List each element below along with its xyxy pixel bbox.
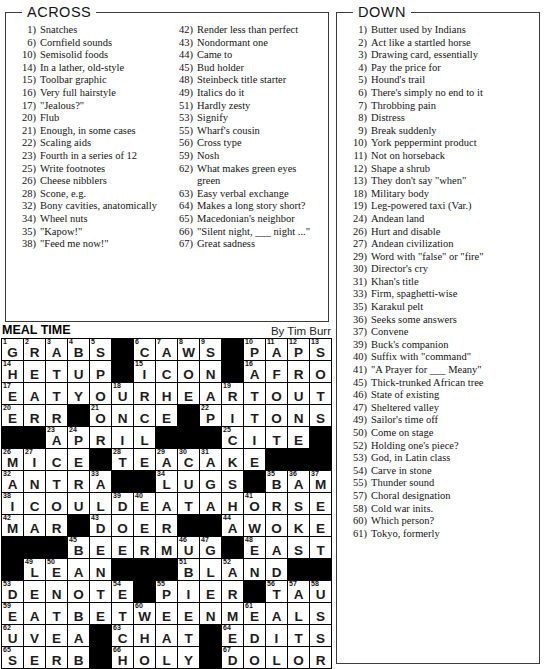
grid-cell-r13c6[interactable]: T [112,603,133,624]
grid-cell-r14c14[interactable]: T [288,625,309,646]
grid-cell-r8c9[interactable]: T [178,493,199,514]
grid-cell-r5c7[interactable]: L [134,427,155,448]
clue-number: 50) [343,427,367,440]
cell-letter: A [222,521,243,536]
clue-down-31: 31)Khan's title [343,276,535,289]
grid-cell-r9c8[interactable]: R [156,515,177,536]
grid-cell-r2c3[interactable]: T [46,361,67,382]
grid-cell-r12c13[interactable]: 56T [266,581,287,602]
cell-letter: R [46,653,67,668]
grid-cell-r13c10[interactable]: N [200,603,221,624]
grid-cell-r4c8[interactable]: E [156,405,177,426]
cell-letter: W [178,345,199,360]
grid-cell-r10c12[interactable]: 48E [244,537,265,558]
grid-cell-r1c13[interactable]: 11A [266,339,287,360]
grid-cell-r3c7[interactable]: R [134,383,155,404]
clue-across-45: 45)Bud holder [169,62,319,75]
grid-cell-r6c3[interactable]: C [46,449,67,470]
grid-cell-r4c10[interactable]: 22P [200,405,221,426]
clue-down-46: 46)State of existing [343,389,535,402]
clue-across-16: 16)Very full hairstyle [12,87,166,100]
grid-cell-r5c5[interactable]: R [90,427,111,448]
grid-cell-r15c14[interactable]: O [288,647,309,668]
grid-cell-r8c10[interactable]: A [200,493,221,514]
black-cell [200,625,221,646]
grid-cell-r15c7[interactable]: O [134,647,155,668]
clue-number: 10) [343,137,367,150]
grid-cell-r8c2[interactable]: C [24,493,45,514]
grid-cell-r2c4[interactable]: U [68,361,89,382]
clue-text: Hardly zesty [197,100,319,113]
grid-cell-r7c5[interactable]: 33A [90,471,111,492]
grid-cell-r3c10[interactable]: A [200,383,221,404]
grid-cell-r10c8[interactable]: M [156,537,177,558]
grid-cell-r14c9[interactable]: T [178,625,199,646]
grid-cell-r2c7[interactable]: 15I [134,361,155,382]
clue-across-21: 21)Enough, in some cases [12,125,166,138]
grid-cell-r3c15[interactable]: T [310,383,331,404]
grid-cell-r10c6[interactable]: E [112,537,133,558]
grid-cell-r7c3[interactable]: T [46,471,67,492]
clue-text: Cornfield sounds [40,37,166,50]
grid-cell-r11c3[interactable]: 50E [46,559,67,580]
grid-cell-r7c14[interactable]: 36A [288,471,309,492]
cell-letter: C [222,433,243,448]
cell-letter: E [68,455,89,470]
grid-cell-r8c11[interactable]: H [222,493,243,514]
grid-cell-r15c13[interactable]: L [266,647,287,668]
grid-cell-r4c14[interactable]: N [288,405,309,426]
grid-cell-r13c12[interactable]: 61E [244,603,265,624]
grid-cell-r12c11[interactable]: R [222,581,243,602]
cell-letter: S [310,631,331,646]
clue-across-22: 22)Scaling aids [12,137,166,150]
cell-letter: D [222,653,243,668]
grid-cell-r6c2[interactable]: 27I [24,449,45,470]
grid-cell-r15c9[interactable]: Y [178,647,199,668]
cell-letter: U [2,631,23,646]
clue-text: Cross type [197,137,319,150]
grid-cell-r1c1[interactable]: 1G [2,339,23,360]
grid-cell-r13c14[interactable]: L [288,603,309,624]
grid-cell-r1c2[interactable]: 2R [24,339,45,360]
grid-cell-r14c1[interactable]: 62U [2,625,23,646]
cell-letter: A [2,477,23,492]
clue-text: Pay the price for [371,62,535,75]
grid-cell-r9c2[interactable]: A [24,515,45,536]
grid-cell-r9c5[interactable]: 43D [90,515,111,536]
clue-across-67: 67)Great sadness [169,238,319,251]
clue-text: Andean civilization [371,238,535,251]
grid-cell-r4c12[interactable]: T [244,405,265,426]
clue-down-58: 58)Cold war inits. [343,503,535,516]
grid-cell-r12c9[interactable]: I [178,581,199,602]
grid-cell-r3c11[interactable]: 19R [222,383,243,404]
grid-cell-r4c3[interactable]: R [46,405,67,426]
black-cell [156,427,177,448]
grid-cell-r13c1[interactable]: 59E [2,603,23,624]
cell-letter: B [178,565,199,580]
cell-letter: T [46,609,67,624]
cell-letter: L [200,565,221,580]
grid-cell-r2c8[interactable]: C [156,361,177,382]
cell-letter: Y [178,653,199,668]
grid-cell-r5c14[interactable]: E [288,427,309,448]
grid-cell-r12c4[interactable]: O [68,581,89,602]
clue-text: Holding one's piece? [371,440,535,453]
grid-cell-r15c4[interactable]: B [68,647,89,668]
grid-cell-r10c7[interactable]: R [134,537,155,558]
black-cell [2,559,23,580]
grid-cell-r6c6[interactable]: 28T [112,449,133,470]
grid-cell-r1c3[interactable]: 3A [46,339,67,360]
grid-cell-r13c4[interactable]: B [68,603,89,624]
clue-number: 63) [169,188,193,201]
grid-cell-r7c10[interactable]: G [200,471,221,492]
cell-letter: S [310,345,331,360]
grid-cell-r9c3[interactable]: R [46,515,67,536]
grid-cell-r2c13[interactable]: F [266,361,287,382]
grid-cell-r9c11[interactable]: 44A [222,515,243,536]
grid-cell-r14c8[interactable]: A [156,625,177,646]
grid-cell-r13c5[interactable]: E [90,603,111,624]
grid-cell-r6c4[interactable]: E [68,449,89,470]
grid-cell-r9c7[interactable]: E [134,515,155,536]
grid-cell-r4c2[interactable]: R [24,405,45,426]
clue-text: Shape a shrub [371,163,535,176]
clue-across-59: 59)Nosh [169,150,319,163]
grid-cell-r6c11[interactable]: K [222,449,243,470]
cell-letter: S [200,345,221,360]
grid-cell-r11c11[interactable]: 52A [222,559,243,580]
clue-number: 48) [169,74,193,87]
grid-cell-r7c15[interactable]: 37M [310,471,331,492]
clue-text: God, in Latin class [371,452,535,465]
clue-number: 52) [343,440,367,453]
black-cell [112,471,133,492]
grid-cell-r6c8[interactable]: 29A [156,449,177,470]
cell-letter: W [244,521,265,536]
clue-text: Suffix with "command" [371,351,535,364]
grid-cell-r8c1[interactable]: 38I [2,493,23,514]
grid-cell-r7c4[interactable]: R [68,471,89,492]
grid-cell-r12c2[interactable]: E [24,581,45,602]
grid-cell-r14c12[interactable]: D [244,625,265,646]
clue-number: 7) [343,100,367,113]
black-cell [134,581,155,602]
grid-cell-r14c7[interactable]: H [134,625,155,646]
grid-cell-r4c15[interactable]: S [310,405,331,426]
grid-cell-r10c13[interactable]: A [266,537,287,558]
cell-letter: A [24,521,45,536]
cell-letter: E [178,609,199,624]
grid-cell-r14c3[interactable]: E [46,625,67,646]
grid-cell-r13c8[interactable]: E [156,603,177,624]
grid-cell-r2c14[interactable]: R [288,361,309,382]
grid-cell-r12c3[interactable]: N [46,581,67,602]
clue-number: 57) [343,490,367,503]
grid-cell-r3c8[interactable]: H [156,383,177,404]
grid-cell-r9c12[interactable]: W [244,515,265,536]
grid-cell-r1c12[interactable]: 10P [244,339,265,360]
grid-cell-r11c9[interactable]: 51B [178,559,199,580]
clue-text: Makes a long story short? [197,200,319,213]
grid-cell-r3c13[interactable]: O [266,383,287,404]
grid-cell-r14c13[interactable]: I [266,625,287,646]
grid-cell-r8c7[interactable]: 40E [134,493,155,514]
clue-number: 34) [12,213,36,226]
grid-cell-r14c6[interactable]: 63C [112,625,133,646]
grid-cell-r2c2[interactable]: E [24,361,45,382]
grid-cell-r9c6[interactable]: O [112,515,133,536]
cell-letter: N [288,411,309,426]
cell-letter: T [178,631,199,646]
grid-cell-r1c4[interactable]: 4B [68,339,89,360]
cell-letter: O [288,653,309,668]
grid-cell-r12c8[interactable]: 55P [156,581,177,602]
grid-cell-r12c10[interactable]: E [200,581,221,602]
black-cell [2,427,23,448]
cell-letter: E [244,543,265,558]
grid-cell-r5c6[interactable]: I [112,427,133,448]
clue-down-13: 13)They don't say "when" [343,175,535,188]
cell-letter: T [90,587,111,602]
grid-cell-r1c10[interactable]: 9S [200,339,221,360]
grid-cell-r5c3[interactable]: 23A [46,427,67,448]
grid-cell-r4c6[interactable]: N [112,405,133,426]
clue-across-55: 55)Wharf's cousin [169,125,319,138]
grid-cell-r13c15[interactable]: S [310,603,331,624]
cell-letter: O [266,411,287,426]
grid-cell-r9c15[interactable]: E [310,515,331,536]
clue-across-53: 53)Signify [169,112,319,125]
cell-letter: O [90,389,111,404]
clue-number: 49) [169,87,193,100]
cell-letter: H [156,389,177,404]
clue-number: 26) [12,175,36,188]
clue-across-35: 35)"Kapow!" [12,226,166,239]
grid-cell-r14c15[interactable]: S [310,625,331,646]
cell-letter: L [134,433,155,448]
grid-cell-r10c10[interactable]: 47G [200,537,221,558]
grid-cell-r13c13[interactable]: A [266,603,287,624]
cell-letter: T [310,389,331,404]
cell-letter: N [200,609,221,624]
grid-cell-r12c5[interactable]: T [90,581,111,602]
grid-cell-r7c2[interactable]: N [24,471,45,492]
grid-cell-r3c12[interactable]: T [244,383,265,404]
clue-text: Seeks some answers [371,314,535,327]
clue-down-55: 55)Thunder sound [343,477,535,490]
clue-down-49: 49)Sailor's time off [343,414,535,427]
clue-number: 5) [343,74,367,87]
grid-cell-r7c8[interactable]: 34L [156,471,177,492]
grid-cell-r3c3[interactable]: T [46,383,67,404]
clue-across-49: 49)Italics do it [169,87,319,100]
grid-cell-r6c7[interactable]: E [134,449,155,470]
grid-cell-r8c14[interactable]: S [288,493,309,514]
grid-cell-r13c11[interactable]: M [222,603,243,624]
cell-letter: F [266,367,287,382]
grid-cell-r1c15[interactable]: 13S [310,339,331,360]
grid-cell-r5c13[interactable]: T [266,427,287,448]
grid-cell-r13c3[interactable]: T [46,603,67,624]
clue-across-14: 14)In a lather, old-style [12,62,166,75]
clue-text: Karakul pelt [371,301,535,314]
cell-letter: G [2,345,23,360]
grid-cell-r8c15[interactable]: E [310,493,331,514]
grid-cell-r2c5[interactable]: P [90,361,111,382]
grid-cell-r8c12[interactable]: 41O [244,493,265,514]
grid-cell-r2c1[interactable]: 14H [2,361,23,382]
grid-cell-r1c5[interactable]: 5S [90,339,111,360]
grid-cell-r3c4[interactable]: Y [68,383,89,404]
grid-cell-r12c6[interactable]: 54E [112,581,133,602]
cell-letter: T [178,499,199,514]
grid-cell-r15c11[interactable]: 67D [222,647,243,668]
cell-letter: O [46,499,67,514]
clue-across-43: 43)Nondormant one [169,37,319,50]
cell-letter: O [134,653,155,668]
grid-cell-r11c2[interactable]: 49L [24,559,45,580]
grid-cell-r15c1[interactable]: 65S [2,647,23,668]
grid-cell-r3c6[interactable]: 18U [112,383,133,404]
clue-down-9: 9)Break suddenly [343,125,535,138]
cell-letter: E [2,389,23,404]
grid-cell-r14c2[interactable]: V [24,625,45,646]
grid-cell-r15c12[interactable]: O [244,647,265,668]
grid-cell-r3c2[interactable]: A [24,383,45,404]
grid-cell-r11c4[interactable]: A [68,559,89,580]
clue-number: 4) [343,62,367,75]
grid-cell-r8c13[interactable]: R [266,493,287,514]
grid-cell-r10c15[interactable]: T [310,537,331,558]
grid-cell-r12c1[interactable]: 53D [2,581,23,602]
grid-cell-r5c4[interactable]: 24P [68,427,89,448]
clue-across-63: 63)Easy verbal exchange [169,188,319,201]
grid-cell-r4c7[interactable]: C [134,405,155,426]
grid-cell-r4c11[interactable]: I [222,405,243,426]
grid-cell-r6c9[interactable]: 30C [178,449,199,470]
clue-number: 37) [343,326,367,339]
grid-cell-r4c13[interactable]: O [266,405,287,426]
grid-cell-r11c12[interactable]: N [244,559,265,580]
cell-letter: A [222,565,243,580]
grid-cell-r6c12[interactable]: E [244,449,265,470]
grid-cell-r6c10[interactable]: 31A [200,449,221,470]
grid-cell-r5c12[interactable]: I [244,427,265,448]
clue-text: Scone, e.g. [40,188,166,201]
clue-down-57: 57)Choral designation [343,490,535,503]
grid-cell-r7c1[interactable]: 32A [2,471,23,492]
grid-cell-r9c13[interactable]: O [266,515,287,536]
clue-number: 13) [343,175,367,188]
grid-cell-r4c5[interactable]: 21O [90,405,111,426]
clue-down-3: 3)Drawing card, essentially [343,49,535,62]
grid-cell-r13c9[interactable]: E [178,603,199,624]
clue-text: Word with "false" or "fire" [371,251,535,264]
grid-cell-r7c13[interactable]: 35B [266,471,287,492]
grid-cell-r15c8[interactable]: L [156,647,177,668]
grid-cell-r1c8[interactable]: 7A [156,339,177,360]
grid-cell-r3c1[interactable]: 17E [2,383,23,404]
grid-cell-r4c1[interactable]: 20E [2,405,23,426]
clue-down-40: 40)Suffix with "command" [343,351,535,364]
cell-letter: O [178,367,199,382]
clue-number: 1) [343,24,367,37]
grid-cell-r14c11[interactable]: 64E [222,625,243,646]
clue-number: 8) [343,112,367,125]
grid-cell-r9c1[interactable]: 42M [2,515,23,536]
clue-text: State of existing [371,389,535,402]
grid-cell-r7c11[interactable]: S [222,471,243,492]
grid-cell-r12c14[interactable]: 57A [288,581,309,602]
grid-cell-r2c9[interactable]: O [178,361,199,382]
clue-down-47: 47)Sheltered valley [343,402,535,415]
grid-cell-r15c6[interactable]: 66H [112,647,133,668]
grid-cell-r3c5[interactable]: O [90,383,111,404]
grid-cell-r6c1[interactable]: 26M [2,449,23,470]
clue-number: 12) [343,163,367,176]
down-clues-panel: DOWN 1)Butter used by Indians2)Act like … [336,12,540,664]
grid-cell-r2c12[interactable]: 16A [244,361,265,382]
grid-cell-r3c14[interactable]: U [288,383,309,404]
grid-cell-r2c15[interactable]: O [310,361,331,382]
grid-cell-r1c14[interactable]: 12P [288,339,309,360]
clue-number: 42) [169,24,193,37]
grid-cell-r10c5[interactable]: E [90,537,111,558]
clue-number: 14) [12,62,36,75]
grid-cell-r14c4[interactable]: A [68,625,89,646]
grid-cell-r5c11[interactable]: 25C [222,427,243,448]
clue-text: York peppermint product [371,137,535,150]
grid-cell-r8c8[interactable]: A [156,493,177,514]
grid-cell-r10c4[interactable]: 45B [68,537,89,558]
clue-text: Choral designation [371,490,535,503]
grid-cell-r15c2[interactable]: E [24,647,45,668]
grid-cell-r10c14[interactable]: S [288,537,309,558]
clue-text: In a lather, old-style [40,62,166,75]
cell-letter: N [200,367,221,382]
clue-number: 20) [12,112,36,125]
grid-cell-r9c14[interactable]: K [288,515,309,536]
grid-cell-r8c4[interactable]: U [68,493,89,514]
grid-cell-r15c15[interactable]: R [310,647,331,668]
grid-cell-r11c13[interactable]: D [266,559,287,580]
clue-number: 11) [343,150,367,163]
grid-cell-r8c6[interactable]: 39D [112,493,133,514]
grid-cell-r10c9[interactable]: 46U [178,537,199,558]
clue-across-62: 62)What makes green eyes green [169,163,319,188]
grid-cell-r1c7[interactable]: 6C [134,339,155,360]
clue-number: 21) [12,125,36,138]
grid-cell-r11c10[interactable]: L [200,559,221,580]
clue-number: 43) [169,37,193,50]
grid-cell-r2c10[interactable]: N [200,361,221,382]
grid-cell-r12c15[interactable]: 58U [310,581,331,602]
grid-cell-r13c7[interactable]: 60W [134,603,155,624]
grid-cell-r1c9[interactable]: 8W [178,339,199,360]
grid-cell-r13c2[interactable]: A [24,603,45,624]
grid-cell-r3c9[interactable]: E [178,383,199,404]
grid-cell-r11c5[interactable]: N [90,559,111,580]
grid-cell-r8c5[interactable]: L [90,493,111,514]
clue-across-25: 25)Write footnotes [12,163,166,176]
clue-text: Bud holder [197,62,319,75]
grid-cell-r8c3[interactable]: O [46,493,67,514]
grid-cell-r15c3[interactable]: R [46,647,67,668]
grid-cell-r7c9[interactable]: U [178,471,199,492]
